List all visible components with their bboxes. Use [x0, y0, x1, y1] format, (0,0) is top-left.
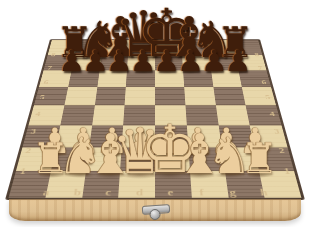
piece-black-pawn-b7[interactable]: ♟ — [82, 46, 109, 76]
piece-black-pawn-c7[interactable]: ♟ — [106, 46, 133, 76]
file-label-b: b — [61, 187, 93, 197]
piece-white-rook-h1[interactable]: ♜ — [240, 138, 278, 180]
file-label-a: a — [30, 187, 63, 197]
rank-label-right-5: 5 — [259, 94, 276, 100]
piece-black-pawn-g7[interactable]: ♟ — [201, 46, 228, 76]
piece-black-pawn-d7[interactable]: ♟ — [130, 46, 157, 76]
file-label-c: c — [93, 187, 124, 197]
square-d5[interactable] — [125, 87, 155, 105]
rank-label-left-1: 1 — [13, 167, 33, 175]
latch-knob — [150, 209, 161, 220]
file-label-e: e — [155, 187, 186, 197]
square-b5[interactable] — [64, 87, 97, 105]
square-c5[interactable] — [94, 87, 126, 105]
rank-label-right-7: 7 — [252, 65, 268, 70]
square-g5[interactable] — [213, 87, 246, 105]
square-f5[interactable] — [184, 87, 216, 105]
file-label-h: h — [248, 187, 281, 197]
file-label-g: g — [217, 187, 249, 197]
piece-black-pawn-e7[interactable]: ♟ — [154, 46, 181, 76]
file-label-f: f — [186, 187, 217, 197]
piece-black-pawn-h7[interactable]: ♟ — [225, 46, 252, 76]
piece-black-pawn-f7[interactable]: ♟ — [177, 46, 204, 76]
scene: abcdefgh1122334455667788 ♜♞♝♛♚♝♞♜♟♟♟♟♟♟♟… — [0, 0, 310, 227]
rank-label-left-4: 4 — [29, 110, 47, 116]
latch-icon — [140, 202, 170, 220]
file-label-d: d — [124, 187, 155, 197]
chess-set-photo: abcdefgh1122334455667788 ♜♞♝♛♚♝♞♜♟♟♟♟♟♟♟… — [0, 0, 310, 227]
piece-black-pawn-a7[interactable]: ♟ — [59, 46, 86, 76]
rank-label-right-4: 4 — [263, 110, 281, 116]
rank-label-right-6: 6 — [256, 79, 272, 85]
box-side-panel — [9, 199, 301, 221]
rank-label-left-5: 5 — [34, 94, 51, 100]
rank-label-left-6: 6 — [38, 79, 54, 85]
rank-label-right-1: 1 — [277, 167, 297, 175]
square-e5[interactable] — [155, 87, 185, 105]
